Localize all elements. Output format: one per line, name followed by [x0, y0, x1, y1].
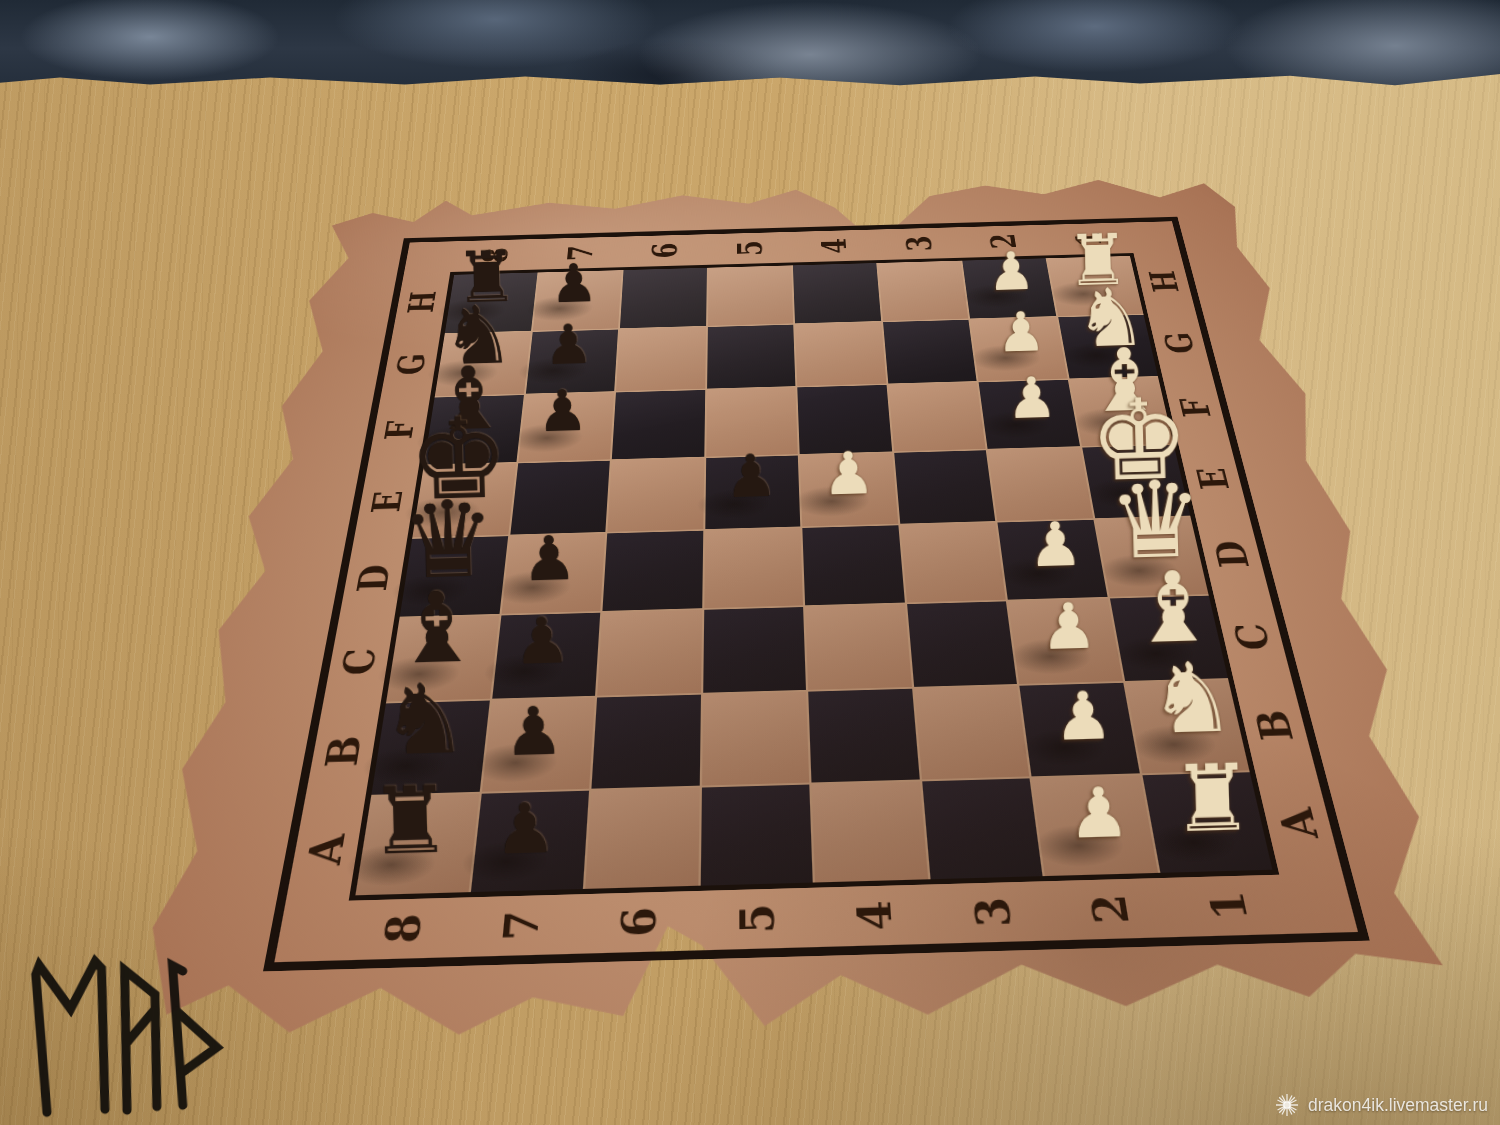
black-knight-b8: ♞: [379, 673, 469, 768]
white-pawn-b2: ♟: [1052, 684, 1113, 749]
maker-rune-logo-icon: [24, 943, 233, 1125]
piece-anchor-a2: ♟: [1033, 777, 1163, 882]
snowflake-icon: [1275, 1093, 1299, 1117]
coord-label-g: G: [363, 345, 459, 382]
coord-label-6: 6: [640, 222, 688, 280]
white-rook-a1: ♜: [1171, 754, 1256, 844]
piece-anchor-a7: ♟: [465, 792, 588, 897]
coord-label-4: 4: [809, 218, 858, 276]
coord-label-8: 8: [468, 227, 522, 285]
piece-anchor-b2: ♟: [1021, 684, 1145, 780]
coord-label-3: 3: [893, 215, 945, 273]
white-pawn-g2: ♟: [996, 306, 1046, 359]
black-pawn-d7: ♟: [521, 529, 577, 588]
white-pawn-d2: ♟: [1027, 515, 1083, 574]
piece-anchor-a1: ♜: [1144, 774, 1279, 879]
coord-label-g: G: [1130, 324, 1228, 361]
black-pawn-b7: ♟: [503, 699, 564, 764]
coord-label-f: F: [349, 410, 449, 450]
white-pawn-e4: ♟: [821, 445, 875, 502]
black-pawn-c7: ♟: [513, 611, 572, 673]
coord-label-2: 2: [976, 213, 1031, 270]
coord-label-5: 5: [726, 220, 773, 278]
watermark-text: drakon4ik.livemaster.ru: [1308, 1095, 1488, 1116]
white-pawn-a2: ♟: [1067, 780, 1131, 847]
black-pawn-g7: ♟: [544, 318, 594, 371]
photo-scene: 87654321 87654321 HGFEDCBA HGFEDCBA ♜♞♝♚…: [0, 0, 1500, 1125]
background-fabric-wall: [0, 0, 1500, 88]
piece-anchor-c2: ♟: [1009, 598, 1127, 687]
white-pawn-f2: ♟: [1005, 370, 1057, 425]
piece-anchor-c7: ♟: [487, 612, 599, 701]
coord-label-h: H: [1117, 264, 1212, 298]
black-rook-a8: ♜: [368, 777, 453, 867]
white-pawn-c2: ♟: [1039, 596, 1098, 658]
white-knight-b1: ♞: [1148, 651, 1238, 746]
coord-label-f: F: [1145, 388, 1247, 427]
watermark: drakon4ik.livemaster.ru: [1275, 1093, 1488, 1117]
piece-anchor-b7: ♟: [477, 699, 594, 796]
coord-label-7: 7: [554, 225, 605, 283]
black-pawn-e5: ♟: [724, 448, 778, 505]
black-pawn-f7: ♟: [537, 383, 589, 438]
black-pawn-a7: ♟: [493, 796, 557, 863]
coord-label-h: H: [375, 285, 468, 320]
